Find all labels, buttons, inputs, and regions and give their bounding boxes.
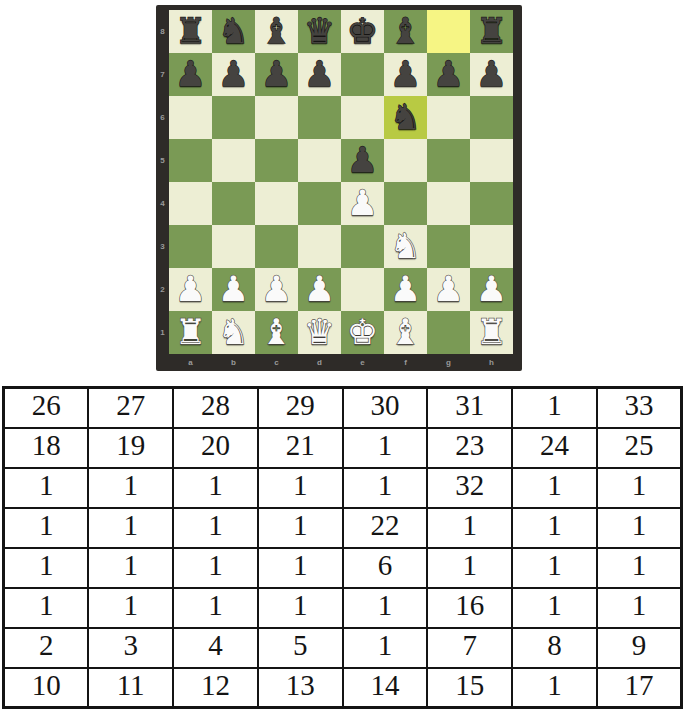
table-cell-r6c2: 1 <box>88 588 173 628</box>
square-a3[interactable] <box>169 225 212 268</box>
square-a6[interactable] <box>169 96 212 139</box>
file-label-f: f <box>384 354 427 371</box>
rank-label-3: 3 <box>156 225 169 268</box>
table-cell-r2c4: 21 <box>258 428 343 468</box>
piece-black-pawn[interactable]: ♟ <box>341 139 384 182</box>
table-cell-r1c7: 1 <box>512 388 597 428</box>
table-cell-r8c2: 11 <box>88 668 173 708</box>
table-cell-r5c6: 1 <box>427 548 512 588</box>
square-f5[interactable] <box>384 139 427 182</box>
piece-black-pawn[interactable]: ♟ <box>427 53 470 96</box>
square-h6[interactable] <box>470 96 513 139</box>
square-c8[interactable]: ♝ <box>255 10 298 53</box>
square-g2[interactable]: ♟ <box>427 268 470 311</box>
square-b8[interactable]: ♞ <box>212 10 255 53</box>
table-cell-r2c2: 19 <box>88 428 173 468</box>
table-cell-r4c8: 1 <box>597 508 682 548</box>
table-cell-r8c1: 10 <box>4 668 89 708</box>
square-g5[interactable] <box>427 139 470 182</box>
table-cell-r6c8: 1 <box>597 588 682 628</box>
table-cell-r3c3: 1 <box>173 468 258 508</box>
square-e7[interactable] <box>341 53 384 96</box>
square-f3[interactable]: ♞ <box>384 225 427 268</box>
square-g7[interactable]: ♟ <box>427 53 470 96</box>
piece-black-pawn[interactable]: ♟ <box>212 53 255 96</box>
square-b6[interactable] <box>212 96 255 139</box>
square-h5[interactable] <box>470 139 513 182</box>
square-e2[interactable] <box>341 268 384 311</box>
table-cell-r2c6: 23 <box>427 428 512 468</box>
square-h8[interactable]: ♜ <box>470 10 513 53</box>
piece-black-pawn[interactable]: ♟ <box>169 53 212 96</box>
table-cell-r2c1: 18 <box>4 428 89 468</box>
file-label-b: b <box>212 354 255 371</box>
page: ♜♞♝♛♚♝♜♟♟♟♟♟♟♟♞♟♟♞♟♟♟♟♟♟♟♜♞♝♛♚♝♜ 8765432… <box>0 5 685 709</box>
square-a2[interactable]: ♟ <box>169 268 212 311</box>
table-cell-r4c2: 1 <box>88 508 173 548</box>
piece-black-queen[interactable]: ♛ <box>298 10 341 53</box>
table-cell-r3c6: 32 <box>427 468 512 508</box>
table-cell-r4c1: 1 <box>4 508 89 548</box>
square-h1[interactable]: ♜ <box>470 311 513 354</box>
square-d4[interactable] <box>298 182 341 225</box>
piece-black-king[interactable]: ♚ <box>341 10 384 53</box>
piece-white-pawn[interactable]: ♟ <box>427 268 470 311</box>
piece-white-bishop[interactable]: ♝ <box>255 311 298 354</box>
square-e6[interactable] <box>341 96 384 139</box>
table-cell-r5c1: 1 <box>4 548 89 588</box>
encoding-table: 2627282930311331819202112324251111132111… <box>2 386 683 709</box>
table-row-1: 262728293031133 <box>4 388 682 428</box>
board-grid: ♜♞♝♛♚♝♜♟♟♟♟♟♟♟♞♟♟♞♟♟♟♟♟♟♟♜♞♝♛♚♝♜ <box>169 10 513 354</box>
square-b3[interactable] <box>212 225 255 268</box>
table-row-4: 111122111 <box>4 508 682 548</box>
table-cell-r2c7: 24 <box>512 428 597 468</box>
square-h3[interactable] <box>470 225 513 268</box>
table-row-5: 11116111 <box>4 548 682 588</box>
square-f8[interactable]: ♝ <box>384 10 427 53</box>
piece-white-knight[interactable]: ♞ <box>384 225 427 268</box>
piece-black-knight[interactable]: ♞ <box>384 96 427 139</box>
piece-white-king[interactable]: ♚ <box>341 311 384 354</box>
table-cell-r6c5: 1 <box>343 588 428 628</box>
table-cell-r4c3: 1 <box>173 508 258 548</box>
piece-white-rook[interactable]: ♜ <box>169 311 212 354</box>
table-cell-r8c8: 17 <box>597 668 682 708</box>
table-cell-r6c4: 1 <box>258 588 343 628</box>
piece-black-bishop[interactable]: ♝ <box>255 10 298 53</box>
square-b1[interactable]: ♞ <box>212 311 255 354</box>
piece-white-knight[interactable]: ♞ <box>212 311 255 354</box>
square-a1[interactable]: ♜ <box>169 311 212 354</box>
table-cell-r5c8: 1 <box>597 548 682 588</box>
table-cell-r5c7: 1 <box>512 548 597 588</box>
table-cell-r6c3: 1 <box>173 588 258 628</box>
table-cell-r3c8: 1 <box>597 468 682 508</box>
table-row-7: 23451789 <box>4 628 682 668</box>
file-label-c: c <box>255 354 298 371</box>
table-cell-r1c6: 31 <box>427 388 512 428</box>
file-label-g: g <box>427 354 470 371</box>
table-cell-r2c8: 25 <box>597 428 682 468</box>
square-d6[interactable] <box>298 96 341 139</box>
table-cell-r7c2: 3 <box>88 628 173 668</box>
table-cell-r7c5: 1 <box>343 628 428 668</box>
square-b4[interactable] <box>212 182 255 225</box>
square-c1[interactable]: ♝ <box>255 311 298 354</box>
piece-white-bishop[interactable]: ♝ <box>384 311 427 354</box>
square-g1[interactable] <box>427 311 470 354</box>
square-c7[interactable]: ♟ <box>255 53 298 96</box>
table-cell-r6c1: 1 <box>4 588 89 628</box>
square-f7[interactable]: ♟ <box>384 53 427 96</box>
table-cell-r6c7: 1 <box>512 588 597 628</box>
rank-label-5: 5 <box>156 139 169 182</box>
square-e8[interactable]: ♚ <box>341 10 384 53</box>
square-h7[interactable]: ♟ <box>470 53 513 96</box>
square-g8[interactable] <box>427 10 470 53</box>
square-a5[interactable] <box>169 139 212 182</box>
table-cell-r1c2: 27 <box>88 388 173 428</box>
table-cell-r8c4: 13 <box>258 668 343 708</box>
square-g3[interactable] <box>427 225 470 268</box>
piece-white-pawn[interactable]: ♟ <box>169 268 212 311</box>
square-b5[interactable] <box>212 139 255 182</box>
table-cell-r8c7: 1 <box>512 668 597 708</box>
table-cell-r7c4: 5 <box>258 628 343 668</box>
piece-black-rook[interactable]: ♜ <box>169 10 212 53</box>
square-e1[interactable]: ♚ <box>341 311 384 354</box>
table-cell-r7c7: 8 <box>512 628 597 668</box>
piece-white-pawn[interactable]: ♟ <box>255 268 298 311</box>
piece-black-pawn[interactable]: ♟ <box>384 53 427 96</box>
table-cell-r4c4: 1 <box>258 508 343 548</box>
piece-white-pawn[interactable]: ♟ <box>341 182 384 225</box>
table-cell-r4c6: 1 <box>427 508 512 548</box>
table-row-8: 101112131415117 <box>4 668 682 708</box>
square-d3[interactable] <box>298 225 341 268</box>
square-d2[interactable]: ♟ <box>298 268 341 311</box>
table-cell-r1c4: 29 <box>258 388 343 428</box>
square-d1[interactable]: ♛ <box>298 311 341 354</box>
table-cell-r7c3: 4 <box>173 628 258 668</box>
table-cell-r2c5: 1 <box>343 428 428 468</box>
piece-white-pawn[interactable]: ♟ <box>298 268 341 311</box>
square-b2[interactable]: ♟ <box>212 268 255 311</box>
square-a8[interactable]: ♜ <box>169 10 212 53</box>
rank-label-7: 7 <box>156 53 169 96</box>
square-h2[interactable]: ♟ <box>470 268 513 311</box>
piece-white-pawn[interactable]: ♟ <box>384 268 427 311</box>
square-d7[interactable]: ♟ <box>298 53 341 96</box>
table-cell-r7c6: 7 <box>427 628 512 668</box>
file-label-h: h <box>470 354 513 371</box>
piece-black-pawn[interactable]: ♟ <box>298 53 341 96</box>
rank-label-2: 2 <box>156 268 169 311</box>
rank-label-6: 6 <box>156 96 169 139</box>
square-f2[interactable]: ♟ <box>384 268 427 311</box>
square-c4[interactable] <box>255 182 298 225</box>
square-f1[interactable]: ♝ <box>384 311 427 354</box>
square-e4[interactable]: ♟ <box>341 182 384 225</box>
piece-black-knight[interactable]: ♞ <box>212 10 255 53</box>
table-row-6: 111111611 <box>4 588 682 628</box>
square-b7[interactable]: ♟ <box>212 53 255 96</box>
rank-label-4: 4 <box>156 182 169 225</box>
table-cell-r3c7: 1 <box>512 468 597 508</box>
square-c5[interactable] <box>255 139 298 182</box>
square-c6[interactable] <box>255 96 298 139</box>
file-label-e: e <box>341 354 384 371</box>
rank-label-8: 8 <box>156 10 169 53</box>
piece-black-bishop[interactable]: ♝ <box>384 10 427 53</box>
table-cell-r2c3: 20 <box>173 428 258 468</box>
square-a4[interactable] <box>169 182 212 225</box>
table-cell-r3c4: 1 <box>258 468 343 508</box>
table-cell-r4c7: 1 <box>512 508 597 548</box>
table-cell-r1c8: 33 <box>597 388 682 428</box>
table-cell-r5c4: 1 <box>258 548 343 588</box>
table-cell-r3c5: 1 <box>343 468 428 508</box>
piece-white-rook[interactable]: ♜ <box>470 311 513 354</box>
square-d5[interactable] <box>298 139 341 182</box>
piece-black-pawn[interactable]: ♟ <box>255 53 298 96</box>
table-cell-r1c1: 26 <box>4 388 89 428</box>
table-cell-r3c2: 1 <box>88 468 173 508</box>
square-e3[interactable] <box>341 225 384 268</box>
file-label-a: a <box>169 354 212 371</box>
table-cell-r8c5: 14 <box>343 668 428 708</box>
table-cell-r8c3: 12 <box>173 668 258 708</box>
table-cell-r1c5: 30 <box>343 388 428 428</box>
chess-board: ♜♞♝♛♚♝♜♟♟♟♟♟♟♟♞♟♟♞♟♟♟♟♟♟♟♜♞♝♛♚♝♜ 8765432… <box>156 5 522 371</box>
table-cell-r3c1: 1 <box>4 468 89 508</box>
square-g6[interactable] <box>427 96 470 139</box>
table-cell-r5c2: 1 <box>88 548 173 588</box>
piece-white-queen[interactable]: ♛ <box>298 311 341 354</box>
square-g4[interactable] <box>427 182 470 225</box>
file-label-d: d <box>298 354 341 371</box>
piece-black-pawn[interactable]: ♟ <box>470 53 513 96</box>
square-f4[interactable] <box>384 182 427 225</box>
square-e5[interactable]: ♟ <box>341 139 384 182</box>
table-cell-r4c5: 22 <box>343 508 428 548</box>
table-cell-r7c1: 2 <box>4 628 89 668</box>
table-cell-r6c6: 16 <box>427 588 512 628</box>
piece-white-pawn[interactable]: ♟ <box>212 268 255 311</box>
square-c3[interactable] <box>255 225 298 268</box>
square-a7[interactable]: ♟ <box>169 53 212 96</box>
table-cell-r5c5: 6 <box>343 548 428 588</box>
square-h4[interactable] <box>470 182 513 225</box>
table-cell-r1c3: 28 <box>173 388 258 428</box>
table-cell-r5c3: 1 <box>173 548 258 588</box>
piece-white-pawn[interactable]: ♟ <box>470 268 513 311</box>
table-row-2: 181920211232425 <box>4 428 682 468</box>
square-d8[interactable]: ♛ <box>298 10 341 53</box>
rank-label-1: 1 <box>156 311 169 354</box>
piece-black-rook[interactable]: ♜ <box>470 10 513 53</box>
square-c2[interactable]: ♟ <box>255 268 298 311</box>
square-f6[interactable]: ♞ <box>384 96 427 139</box>
table-cell-r8c6: 15 <box>427 668 512 708</box>
table-row-3: 111113211 <box>4 468 682 508</box>
table-cell-r7c8: 9 <box>597 628 682 668</box>
